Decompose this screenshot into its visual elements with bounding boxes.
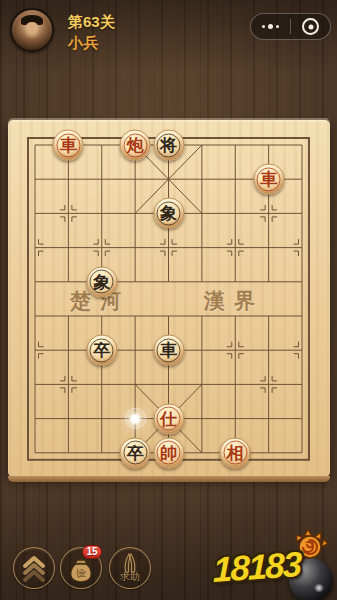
piece-black-soldier[interactable]: 卒 [86,335,117,366]
game-screen: 第63关 小兵 楚河 漢界 車炮将車象象卒車仕卒帥相 金 15 [0,0,337,600]
piece-char: 車 [60,137,77,154]
svg-text:金: 金 [78,568,87,578]
piece-red-general[interactable]: 帥 [153,437,184,468]
piece-char: 象 [160,205,177,222]
piece-black-soldier[interactable]: 卒 [120,437,151,468]
piece-black-general[interactable]: 将 [153,130,184,161]
piece-red-advisor[interactable]: 仕 [153,403,184,434]
piece-red-chariot[interactable]: 車 [253,164,284,195]
piece-char: 車 [160,342,177,359]
piece-char: 象 [93,273,110,290]
piece-char: 卒 [127,444,144,461]
exit-button[interactable] [291,14,330,39]
piece-char: 相 [227,444,244,461]
piece-black-chariot[interactable]: 車 [153,335,184,366]
piece-char: 仕 [160,410,177,427]
target-circle-icon [302,18,319,35]
more-button[interactable] [251,14,290,39]
river-label-right: 漢界 [204,287,264,315]
move-highlight-dot [131,414,140,423]
piece-char: 車 [260,171,277,188]
piece-char: 炮 [127,137,144,154]
menu-button[interactable] [13,547,55,589]
piece-red-chariot[interactable]: 車 [53,130,84,161]
piece-red-cannon[interactable]: 炮 [120,130,151,161]
ellipsis-icon [262,24,279,29]
piece-black-elephant[interactable]: 象 [153,198,184,229]
player-label: 小兵 [68,34,98,53]
piece-red-elephant[interactable]: 相 [220,437,251,468]
help-button[interactable]: 求助 [109,547,151,589]
chevrons-up-icon [19,553,49,583]
level-label: 第63关 [68,13,115,32]
player-avatar[interactable] [10,8,54,52]
coins-badge: 15 [82,545,102,559]
piece-char: 卒 [93,342,110,359]
watermark-text: 18183 [213,544,300,590]
miniprogram-capsule [250,13,331,40]
help-label: 求助 [110,570,150,584]
piece-black-elephant[interactable]: 象 [86,266,117,297]
piece-char: 将 [160,137,177,154]
piece-char: 帥 [160,444,177,461]
